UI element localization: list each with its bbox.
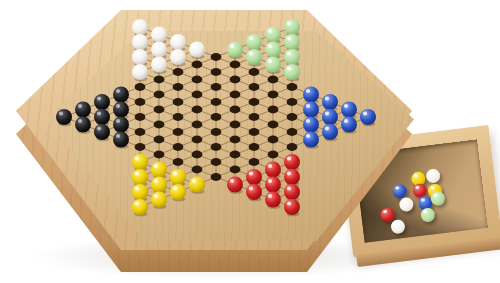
marble-highlight — [423, 210, 427, 213]
marble-highlight — [429, 171, 433, 174]
marble-highlight — [415, 186, 419, 189]
marble-highlight — [414, 174, 418, 177]
scene — [0, 0, 500, 283]
marble-highlight — [430, 186, 434, 189]
marble-highlight — [421, 198, 425, 201]
board — [16, 10, 412, 242]
marble-highlight — [433, 194, 437, 197]
